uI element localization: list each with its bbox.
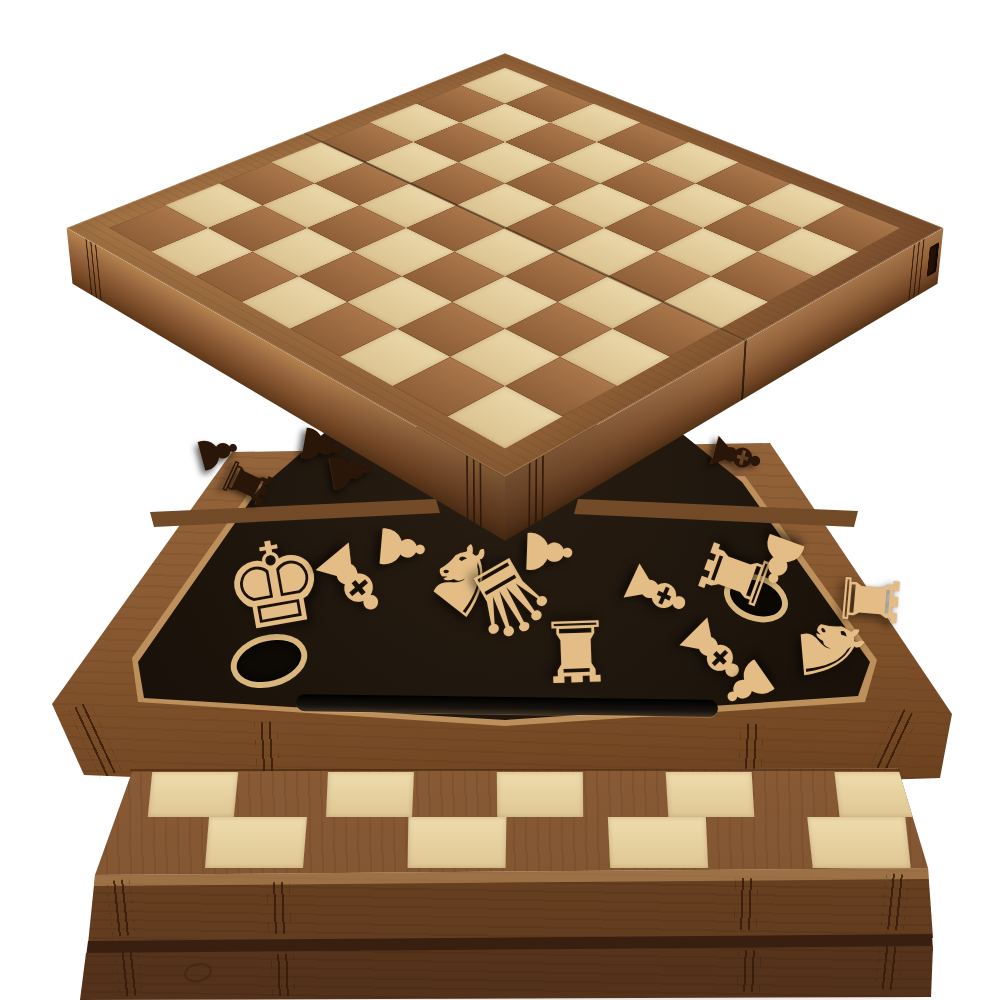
board-surface — [67, 53, 944, 477]
pawn-glyph: ♟ — [177, 192, 244, 207]
square-f3 — [458, 142, 551, 183]
square-a6 — [560, 329, 670, 386]
square-b4 — [608, 252, 711, 302]
rook-glyph: ♜ — [467, 72, 536, 87]
square-f2 — [505, 122, 597, 162]
square-f1 — [550, 104, 640, 142]
slab-groove — [271, 954, 294, 997]
drawer-piece-light: ♟ — [516, 523, 580, 581]
piece-shadow — [358, 288, 428, 323]
square-c5 — [505, 252, 608, 302]
knight-glyph: ♞ — [505, 88, 585, 105]
closed-board-light-square — [326, 772, 414, 817]
square-b2 — [703, 205, 802, 251]
bishop-glyph: ♝ — [547, 105, 634, 124]
closed-board-light-square — [807, 817, 911, 868]
closed-board-back-edge — [130, 769, 900, 771]
piece-shadow — [713, 216, 781, 247]
square-d8 — [290, 302, 398, 357]
piece-shadow — [516, 370, 592, 410]
square-b3 — [657, 228, 758, 276]
pawn-glyph: ♟ — [472, 111, 531, 124]
pawn-glyph: ♟ — [768, 237, 838, 253]
square-g4 — [365, 142, 458, 183]
piece-shadow — [758, 193, 824, 223]
piece-shadow — [561, 151, 624, 179]
piece-shadow — [514, 94, 574, 119]
pawn-glyph: ♟ — [464, 340, 536, 359]
pawn-glyph: ♟ — [713, 214, 780, 230]
square-g2 — [460, 104, 550, 142]
drawer-piece-light: ♜ — [537, 607, 615, 694]
piece-shadow — [425, 94, 484, 119]
square-a2 — [758, 228, 859, 276]
product-photo-chess-set: ♟♜♟♟♝♚♝♟♞♛♟♜♝♜♟♝♟♞♜ — [0, 0, 1000, 1000]
square-c7 — [397, 302, 505, 357]
square-b7 — [450, 329, 560, 386]
square-e5 — [406, 205, 505, 251]
piece-shadow — [404, 370, 479, 410]
closed-board-light-square — [408, 817, 507, 868]
pawn-glyph: ♟ — [221, 214, 289, 230]
closed-board-light-square — [497, 772, 583, 817]
pawn-glyph: ♟ — [411, 313, 482, 331]
square-d5 — [454, 228, 555, 276]
square-c2 — [651, 183, 748, 228]
pawn-glyph: ♟ — [312, 261, 381, 278]
slab-groove — [876, 945, 902, 991]
square-d6 — [402, 252, 505, 302]
slab-groove — [737, 950, 760, 993]
square-e3 — [505, 162, 600, 205]
square-f6 — [307, 205, 406, 251]
piece-shadow — [470, 76, 528, 100]
pieces-layer: ♜♞♝♛♚♝♞♜♟♟♟♟♟♟♟♟♟♟♟♟♟♟♟♟♜♞♝♛♚♝♞♜ — [505, 53, 943, 228]
knight-glyph: ♞ — [744, 186, 836, 207]
king-glyph: ♚ — [227, 272, 357, 304]
closed-board-light-square — [148, 772, 238, 817]
slab-groove — [116, 951, 142, 997]
piece-shadow — [301, 314, 373, 351]
knight-glyph: ♞ — [151, 231, 248, 254]
square-b8 — [393, 357, 505, 417]
piece-shadow — [206, 263, 274, 297]
fold-seam — [302, 133, 747, 341]
piece-shadow — [469, 112, 530, 138]
square-c1 — [695, 162, 790, 205]
slab-groove — [734, 878, 758, 931]
bishop-glyph: ♝ — [690, 164, 785, 185]
square-h7 — [165, 183, 262, 228]
piece-shadow — [175, 193, 239, 223]
pawn-glyph: ♟ — [520, 368, 594, 388]
square-h2 — [417, 85, 505, 122]
square-d7 — [347, 276, 452, 328]
square-f7 — [252, 228, 353, 276]
edge-groove — [82, 237, 103, 302]
piece-shadow — [119, 216, 184, 247]
square-a4 — [663, 276, 768, 328]
closed-board-light-square — [608, 817, 708, 868]
piece-shadow — [408, 314, 480, 351]
closed-board-light-square — [666, 772, 755, 817]
piece-shadow — [309, 263, 378, 297]
square-g1 — [505, 85, 593, 122]
piece-shadow — [461, 341, 535, 380]
square-b5 — [558, 276, 663, 328]
square-g6 — [262, 183, 359, 228]
slab-groove — [267, 882, 291, 935]
piece-shadow — [351, 341, 424, 380]
queen-glyph: ♛ — [278, 300, 402, 332]
square-f4 — [410, 162, 505, 205]
square-e2 — [552, 142, 645, 183]
square-a5 — [613, 302, 721, 357]
bishop-glyph: ♝ — [337, 331, 444, 359]
piece-shadow — [768, 239, 837, 272]
piece-shadow — [252, 288, 322, 323]
bishop-glyph: ♝ — [193, 254, 296, 279]
square-h5 — [271, 142, 364, 183]
square-b6 — [505, 302, 613, 357]
piece-shadow — [161, 239, 228, 272]
piece-shadow — [812, 216, 880, 247]
square-c3 — [604, 205, 703, 251]
square-f8 — [196, 252, 299, 302]
queen-glyph: ♛ — [633, 140, 741, 164]
square-g7 — [208, 205, 307, 251]
chess-board: ♜♞♝♛♚♝♞♜♟♟♟♟♟♟♟♟♟♟♟♟♟♟♟♟♜♞♝♛♚♝♞♜ — [67, 53, 944, 477]
fold-seam-edge-crack — [741, 340, 747, 401]
square-e8 — [242, 276, 347, 328]
square-h4 — [322, 122, 414, 162]
king-glyph: ♚ — [582, 119, 694, 143]
square-c4 — [556, 228, 657, 276]
square-h6 — [219, 162, 314, 205]
piece-shadow — [655, 151, 719, 179]
piece-shadow — [610, 172, 675, 201]
square-a1 — [802, 205, 901, 251]
pawn-glyph: ♟ — [361, 287, 431, 305]
square-e1 — [597, 122, 689, 162]
knight-glyph: ♞ — [393, 361, 495, 389]
square-b1 — [748, 183, 845, 228]
square-e4 — [456, 183, 553, 228]
pawn-glyph: ♟ — [265, 237, 333, 253]
square-e7 — [299, 252, 402, 302]
drawer-groove-mid-right — [739, 723, 764, 774]
latch-recess — [927, 242, 939, 277]
rook-glyph: ♜ — [803, 211, 887, 230]
square-f5 — [359, 183, 456, 228]
piece-shadow — [514, 131, 576, 158]
square-c8 — [340, 329, 450, 386]
drawer-piece-dark: ♟ — [319, 442, 381, 499]
piece-shadow — [218, 216, 284, 247]
square-g8 — [151, 228, 252, 276]
square-e6 — [353, 228, 454, 276]
rook-glyph: ♜ — [454, 394, 546, 420]
square-a3 — [711, 252, 814, 302]
drawer-piece-light: ♜ — [830, 564, 910, 637]
square-d2 — [600, 162, 695, 205]
square-g5 — [315, 162, 410, 205]
piece-shadow — [705, 172, 770, 201]
square-c6 — [452, 276, 557, 328]
piece-shadow — [262, 239, 329, 272]
piece-shadow — [660, 193, 726, 223]
pawn-glyph: ♟ — [563, 150, 625, 164]
square-h3 — [370, 104, 460, 142]
pawn-glyph: ♟ — [662, 192, 727, 207]
square-h8 — [109, 205, 208, 251]
pawn-glyph: ♟ — [428, 93, 486, 106]
square-g3 — [413, 122, 505, 162]
piece-shadow — [559, 112, 620, 138]
piece-shadow — [606, 131, 668, 158]
square-d1 — [645, 142, 738, 183]
edge-groove — [907, 237, 928, 302]
square-d3 — [554, 183, 651, 228]
pawn-glyph: ♟ — [517, 130, 577, 143]
closed-board-light-square — [205, 817, 307, 868]
pawn-glyph: ♟ — [611, 171, 675, 186]
rook-glyph: ♜ — [114, 211, 198, 230]
board-squares — [109, 68, 901, 449]
square-d4 — [505, 205, 604, 251]
square-h1 — [462, 68, 549, 104]
square-a7 — [505, 357, 617, 417]
